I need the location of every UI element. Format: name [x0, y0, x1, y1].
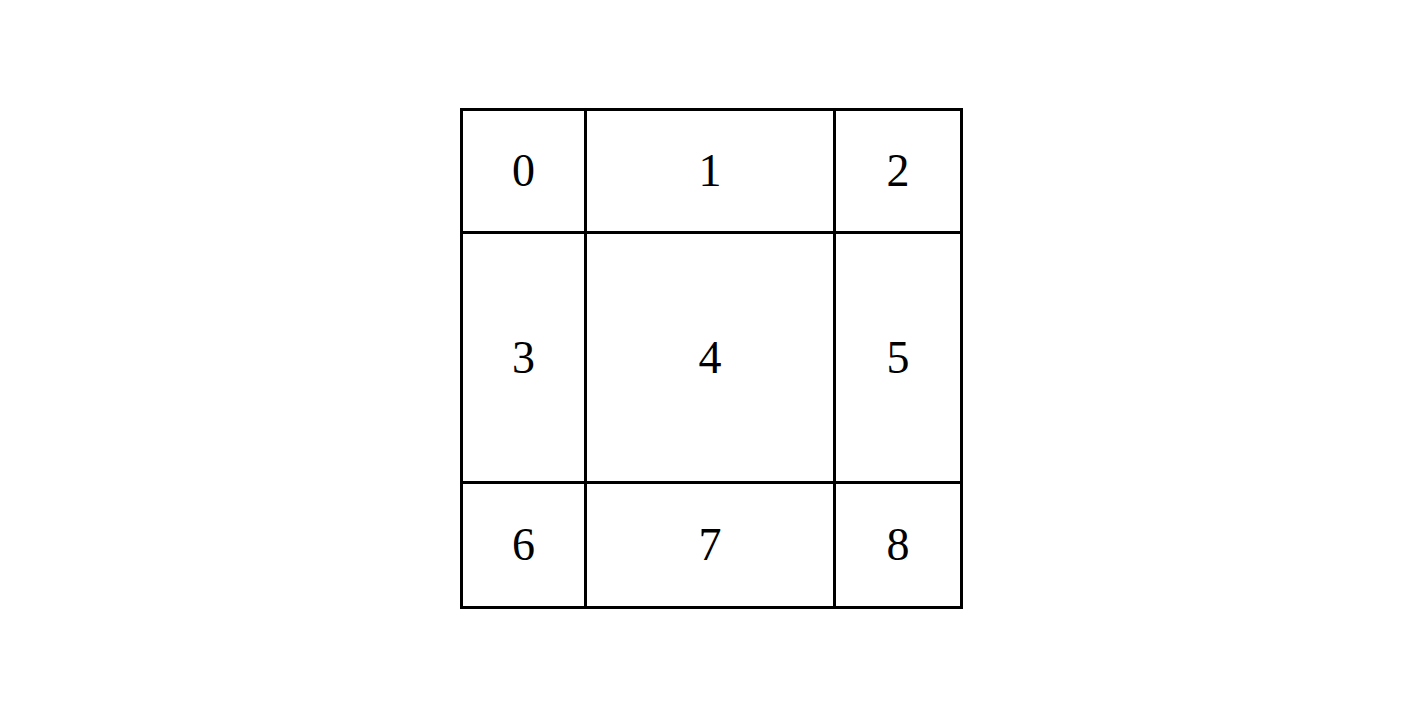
- cell-7: 7: [587, 484, 836, 606]
- cell-4: 4: [587, 234, 836, 484]
- cell-5: 5: [836, 234, 960, 484]
- cell-8: 8: [836, 484, 960, 606]
- cell-6: 6: [463, 484, 587, 606]
- cell-0: 0: [463, 111, 587, 234]
- grid-board: 0 1 2 3 4 5 6 7 8: [460, 108, 963, 609]
- cell-2: 2: [836, 111, 960, 234]
- cell-3: 3: [463, 234, 587, 484]
- page-background: 0 1 2 3 4 5 6 7 8: [0, 0, 1416, 712]
- cell-1: 1: [587, 111, 836, 234]
